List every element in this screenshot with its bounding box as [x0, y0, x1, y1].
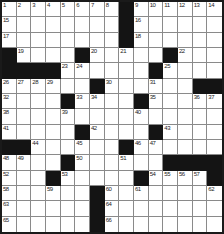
grid-cell[interactable] — [31, 155, 46, 170]
grid-cell[interactable] — [119, 109, 134, 124]
clue-number: 35 — [150, 94, 156, 101]
clue-number: 39 — [62, 109, 68, 116]
grid-cell[interactable] — [46, 17, 61, 32]
grid-cell[interactable] — [105, 48, 120, 63]
grid-cell[interactable] — [105, 63, 120, 78]
black-square — [17, 63, 32, 78]
grid-cell[interactable]: 45 — [75, 140, 90, 155]
grid-cell[interactable]: 29 — [46, 79, 61, 94]
clue-number: 64 — [106, 201, 112, 208]
grid-cell[interactable] — [178, 79, 193, 94]
grid-cell[interactable] — [163, 140, 178, 155]
clue-number: 19 — [18, 48, 24, 55]
grid-cell[interactable] — [149, 155, 164, 170]
grid-cell[interactable]: 53 — [61, 171, 76, 186]
grid-cell[interactable] — [207, 201, 222, 216]
black-square — [61, 155, 76, 170]
grid-cell[interactable] — [149, 17, 164, 32]
grid-cell[interactable] — [119, 125, 134, 140]
grid-cell[interactable]: 23 — [61, 63, 76, 78]
black-square — [119, 2, 134, 17]
grid-cell[interactable] — [17, 217, 32, 232]
grid-cell[interactable] — [46, 109, 61, 124]
grid-cell[interactable] — [178, 109, 193, 124]
clue-number: 2 — [18, 2, 21, 9]
clue-number: 56 — [179, 171, 185, 178]
grid-cell[interactable]: 31 — [149, 79, 164, 94]
black-square — [119, 140, 134, 155]
grid-cell[interactable] — [134, 48, 149, 63]
grid-cell[interactable]: 4 — [46, 2, 61, 17]
grid-cell[interactable] — [61, 48, 76, 63]
clue-number: 30 — [106, 79, 112, 86]
grid-cell[interactable]: 36 — [193, 94, 208, 109]
grid-cell[interactable] — [207, 63, 222, 78]
grid-cell[interactable] — [31, 217, 46, 232]
clue-number: 10 — [150, 2, 156, 9]
grid-cell[interactable] — [207, 140, 222, 155]
grid-cell[interactable]: 50 — [75, 155, 90, 170]
grid-cell[interactable] — [61, 186, 76, 201]
grid-cell[interactable] — [31, 17, 46, 32]
clue-number: 20 — [91, 48, 97, 55]
grid-cell[interactable]: 13 — [193, 2, 208, 17]
grid-cell[interactable] — [46, 217, 61, 232]
grid-cell[interactable] — [17, 17, 32, 32]
clue-number: 14 — [208, 2, 214, 9]
grid-cell[interactable] — [178, 201, 193, 216]
clue-number: 55 — [164, 171, 170, 178]
grid-cell[interactable] — [46, 125, 61, 140]
grid-cell[interactable] — [178, 140, 193, 155]
clue-number: 57 — [194, 171, 200, 178]
grid-cell[interactable]: 60 — [105, 186, 120, 201]
clue-number: 32 — [3, 94, 9, 101]
grid-cell[interactable] — [193, 63, 208, 78]
grid-cell[interactable]: 1 — [2, 2, 17, 17]
clue-number: 37 — [208, 94, 214, 101]
crossword-grid: 1234567891011121314151617181920212223242… — [0, 0, 224, 234]
grid-cell[interactable] — [193, 186, 208, 201]
clue-number: 3 — [32, 2, 35, 9]
grid-cell[interactable] — [178, 63, 193, 78]
grid-cell[interactable] — [134, 63, 149, 78]
clue-number: 12 — [179, 2, 185, 9]
grid-cell[interactable]: 59 — [46, 186, 61, 201]
grid-cell[interactable] — [17, 109, 32, 124]
clue-number: 40 — [135, 109, 141, 116]
clue-number: 24 — [76, 63, 82, 70]
clue-number: 5 — [62, 2, 65, 9]
grid-cell[interactable] — [207, 109, 222, 124]
grid-cell[interactable] — [75, 79, 90, 94]
clue-number: 27 — [18, 79, 24, 86]
grid-cell[interactable] — [17, 201, 32, 216]
clue-number: 38 — [3, 109, 9, 116]
grid-cell[interactable] — [207, 217, 222, 232]
grid-cell[interactable] — [90, 33, 105, 48]
grid-cell[interactable] — [90, 63, 105, 78]
grid-cell[interactable]: 30 — [105, 79, 120, 94]
clue-number: 18 — [135, 33, 141, 40]
grid-cell[interactable]: 57 — [193, 171, 208, 186]
grid-cell[interactable] — [31, 186, 46, 201]
grid-cell[interactable] — [46, 33, 61, 48]
clue-number: 1 — [3, 2, 6, 9]
grid-cell[interactable] — [193, 109, 208, 124]
grid-cell[interactable] — [90, 109, 105, 124]
clue-number: 15 — [3, 17, 9, 24]
grid-cell[interactable] — [178, 17, 193, 32]
grid-cell[interactable]: 26 — [2, 79, 17, 94]
black-square — [90, 186, 105, 201]
black-square — [193, 79, 208, 94]
black-square — [2, 48, 17, 63]
clue-number: 48 — [3, 155, 9, 162]
grid-cell[interactable] — [17, 171, 32, 186]
clue-number: 29 — [47, 79, 53, 86]
clue-number: 46 — [135, 140, 141, 147]
grid-cell[interactable] — [105, 125, 120, 140]
grid-cell[interactable]: 62 — [207, 186, 222, 201]
grid-cell[interactable] — [193, 17, 208, 32]
grid-cell[interactable] — [134, 201, 149, 216]
grid-cell[interactable] — [90, 171, 105, 186]
grid-cell[interactable]: 49 — [17, 155, 32, 170]
grid-cell[interactable]: 39 — [61, 109, 76, 124]
black-square — [207, 79, 222, 94]
clue-number: 44 — [32, 140, 38, 147]
clue-number: 47 — [150, 140, 156, 147]
grid-cell[interactable] — [207, 125, 222, 140]
grid-cell[interactable] — [46, 48, 61, 63]
grid-cell[interactable] — [90, 155, 105, 170]
grid-cell[interactable]: 41 — [2, 125, 17, 140]
grid-cell[interactable] — [46, 155, 61, 170]
grid-cell[interactable]: 8 — [105, 2, 120, 17]
black-square — [61, 94, 76, 109]
grid-cell[interactable] — [31, 125, 46, 140]
black-square — [207, 155, 222, 170]
grid-cell[interactable] — [75, 17, 90, 32]
grid-cell[interactable] — [61, 17, 76, 32]
grid-cell[interactable] — [75, 171, 90, 186]
grid-cell[interactable] — [75, 217, 90, 232]
grid-cell[interactable] — [207, 48, 222, 63]
grid-cell[interactable] — [105, 140, 120, 155]
grid-cell[interactable]: 12 — [178, 2, 193, 17]
grid-cell[interactable] — [163, 201, 178, 216]
grid-cell[interactable]: 61 — [134, 186, 149, 201]
grid-cell[interactable] — [90, 140, 105, 155]
grid-cell[interactable] — [75, 33, 90, 48]
clue-number: 6 — [76, 2, 79, 9]
grid-cell[interactable] — [178, 94, 193, 109]
grid-cell[interactable] — [17, 94, 32, 109]
black-square — [134, 171, 149, 186]
grid-cell[interactable] — [119, 79, 134, 94]
grid-cell[interactable]: 55 — [163, 171, 178, 186]
grid-cell[interactable]: 5 — [61, 2, 76, 17]
grid-cell[interactable] — [105, 171, 120, 186]
black-square — [134, 94, 149, 109]
grid-cell[interactable] — [105, 17, 120, 32]
grid-cell[interactable] — [105, 155, 120, 170]
grid-cell[interactable] — [61, 201, 76, 216]
grid-cell[interactable] — [119, 94, 134, 109]
grid-cell[interactable]: 9 — [134, 2, 149, 17]
grid-cell[interactable]: 54 — [149, 171, 164, 186]
grid-cell[interactable]: 38 — [2, 109, 17, 124]
grid-cell[interactable]: 63 — [2, 201, 17, 216]
clue-number: 13 — [194, 2, 200, 9]
clue-number: 54 — [150, 171, 156, 178]
black-square — [207, 171, 222, 186]
grid-cell[interactable] — [163, 79, 178, 94]
grid-cell[interactable] — [163, 217, 178, 232]
clue-number: 21 — [120, 48, 126, 55]
grid-cell[interactable]: 34 — [90, 94, 105, 109]
grid-cell[interactable] — [207, 17, 222, 32]
black-square — [75, 125, 90, 140]
clue-number: 11 — [164, 2, 169, 9]
grid-cell[interactable] — [193, 217, 208, 232]
grid-cell[interactable]: 35 — [149, 94, 164, 109]
grid-cell[interactable]: 47 — [149, 140, 164, 155]
grid-cell[interactable]: 24 — [75, 63, 90, 78]
black-square — [149, 125, 164, 140]
grid-cell[interactable] — [17, 186, 32, 201]
grid-cell[interactable] — [31, 33, 46, 48]
grid-cell[interactable] — [193, 48, 208, 63]
grid-cell[interactable] — [75, 201, 90, 216]
grid-cell[interactable] — [193, 33, 208, 48]
clue-number: 53 — [62, 171, 68, 178]
grid-cell[interactable]: 42 — [90, 125, 105, 140]
grid-cell[interactable] — [17, 33, 32, 48]
grid-cell[interactable] — [31, 48, 46, 63]
grid-cell[interactable] — [149, 217, 164, 232]
grid-cell[interactable]: 15 — [2, 17, 17, 32]
grid-cell[interactable] — [46, 201, 61, 216]
grid-cell[interactable] — [46, 140, 61, 155]
clue-number: 4 — [47, 2, 50, 9]
grid-cell[interactable]: 44 — [31, 140, 46, 155]
clue-number: 36 — [194, 94, 200, 101]
grid-cell[interactable] — [178, 33, 193, 48]
black-square — [90, 79, 105, 94]
clue-number: 16 — [135, 17, 141, 24]
grid-cell[interactable] — [149, 109, 164, 124]
clue-number: 42 — [91, 125, 97, 132]
grid-cell[interactable] — [90, 17, 105, 32]
black-square — [119, 33, 134, 48]
grid-cell[interactable] — [163, 17, 178, 32]
grid-cell[interactable]: 37 — [207, 94, 222, 109]
grid-cell[interactable]: 51 — [119, 155, 134, 170]
clue-number: 25 — [164, 63, 170, 70]
grid-cell[interactable] — [31, 171, 46, 186]
grid-cell[interactable] — [119, 201, 134, 216]
black-square — [149, 63, 164, 78]
clue-number: 63 — [3, 201, 9, 208]
grid-cell[interactable] — [75, 109, 90, 124]
clue-number: 58 — [3, 186, 9, 193]
grid-cell[interactable] — [149, 33, 164, 48]
grid-cell[interactable] — [61, 33, 76, 48]
grid-cell[interactable] — [105, 109, 120, 124]
grid-cell[interactable] — [119, 186, 134, 201]
grid-cell[interactable]: 64 — [105, 201, 120, 216]
grid-cell[interactable] — [134, 79, 149, 94]
grid-cell[interactable]: 2 — [17, 2, 32, 17]
grid-cell[interactable] — [61, 125, 76, 140]
clue-number: 28 — [32, 79, 38, 86]
grid-cell[interactable]: 22 — [178, 48, 193, 63]
grid-cell[interactable]: 3 — [31, 2, 46, 17]
grid-cell[interactable] — [163, 94, 178, 109]
black-square — [46, 171, 61, 186]
grid-cell[interactable]: 14 — [207, 2, 222, 17]
grid-cell[interactable] — [17, 125, 32, 140]
black-square — [90, 217, 105, 232]
grid-cell[interactable]: 6 — [75, 2, 90, 17]
grid-cell[interactable] — [163, 186, 178, 201]
clue-number: 51 — [120, 155, 126, 162]
grid-cell[interactable]: 28 — [31, 79, 46, 94]
clue-number: 26 — [3, 79, 9, 86]
clue-number: 60 — [106, 186, 112, 193]
grid-cell[interactable]: 52 — [2, 171, 17, 186]
clue-number: 34 — [91, 94, 97, 101]
grid-cell[interactable] — [207, 33, 222, 48]
grid-cell[interactable] — [61, 217, 76, 232]
grid-cell[interactable] — [31, 109, 46, 124]
grid-cell[interactable]: 19 — [17, 48, 32, 63]
clue-number: 33 — [76, 94, 82, 101]
black-square — [46, 63, 61, 78]
black-square — [163, 48, 178, 63]
grid-cell[interactable] — [193, 201, 208, 216]
clue-number: 59 — [47, 186, 53, 193]
grid-cell[interactable]: 27 — [17, 79, 32, 94]
grid-cell[interactable] — [61, 140, 76, 155]
grid-cell[interactable]: 7 — [90, 2, 105, 17]
clue-number: 50 — [76, 155, 82, 162]
grid-cell[interactable] — [61, 79, 76, 94]
grid-cell[interactable] — [31, 94, 46, 109]
grid-cell[interactable] — [149, 186, 164, 201]
grid-cell[interactable] — [178, 125, 193, 140]
clue-number: 49 — [18, 155, 24, 162]
clue-number: 23 — [62, 63, 68, 70]
grid-cell[interactable] — [31, 201, 46, 216]
grid-cell[interactable] — [105, 33, 120, 48]
grid-cell[interactable]: 11 — [163, 2, 178, 17]
grid-cell[interactable]: 56 — [178, 171, 193, 186]
black-square — [2, 63, 17, 78]
grid-cell[interactable]: 10 — [149, 2, 164, 17]
grid-cell[interactable]: 20 — [90, 48, 105, 63]
black-square — [75, 48, 90, 63]
grid-cell[interactable] — [149, 201, 164, 216]
grid-cell[interactable] — [75, 186, 90, 201]
clue-number: 65 — [3, 217, 9, 224]
clue-number: 41 — [3, 125, 9, 132]
grid-cell[interactable] — [134, 217, 149, 232]
grid-cell[interactable]: 17 — [2, 33, 17, 48]
clue-number: 43 — [164, 125, 170, 132]
grid-cell[interactable] — [119, 63, 134, 78]
clue-number: 9 — [135, 2, 138, 9]
grid-cell[interactable] — [134, 155, 149, 170]
clue-number: 31 — [150, 79, 156, 86]
clue-number: 7 — [91, 2, 94, 9]
grid-cell[interactable]: 66 — [105, 217, 120, 232]
grid-cell[interactable] — [178, 217, 193, 232]
grid-cell[interactable]: 65 — [2, 217, 17, 232]
clue-number: 8 — [106, 2, 109, 9]
grid-cell[interactable] — [163, 109, 178, 124]
grid-cell[interactable]: 46 — [134, 140, 149, 155]
black-square — [119, 17, 134, 32]
grid-cell[interactable] — [193, 140, 208, 155]
grid-cell[interactable]: 33 — [75, 94, 90, 109]
black-square — [163, 155, 178, 170]
black-square — [90, 201, 105, 216]
clue-number: 62 — [208, 186, 214, 193]
grid-cell[interactable]: 32 — [2, 94, 17, 109]
black-square — [2, 140, 17, 155]
clue-number: 52 — [3, 171, 9, 178]
black-square — [178, 155, 193, 170]
clue-number: 66 — [106, 217, 112, 224]
black-square — [193, 155, 208, 170]
black-square — [31, 63, 46, 78]
grid-cell[interactable] — [193, 125, 208, 140]
clue-number: 22 — [179, 48, 185, 55]
grid-cell[interactable]: 18 — [134, 33, 149, 48]
grid-cell[interactable] — [105, 94, 120, 109]
clue-number: 45 — [76, 140, 82, 147]
grid-cell[interactable]: 21 — [119, 48, 134, 63]
clue-number: 17 — [3, 33, 9, 40]
black-square — [17, 140, 32, 155]
grid-cell[interactable] — [163, 33, 178, 48]
clue-number: 61 — [135, 186, 141, 193]
grid-cell[interactable]: 58 — [2, 186, 17, 201]
grid-cell[interactable] — [119, 171, 134, 186]
grid-cell[interactable]: 40 — [134, 109, 149, 124]
grid-cell[interactable]: 48 — [2, 155, 17, 170]
grid-cell[interactable] — [134, 125, 149, 140]
grid-cell[interactable] — [119, 217, 134, 232]
grid-cell[interactable]: 25 — [163, 63, 178, 78]
grid-cell[interactable] — [149, 48, 164, 63]
grid-cell[interactable]: 43 — [163, 125, 178, 140]
grid-cell[interactable] — [178, 186, 193, 201]
grid-cell[interactable]: 16 — [134, 17, 149, 32]
grid-cell[interactable] — [46, 94, 61, 109]
